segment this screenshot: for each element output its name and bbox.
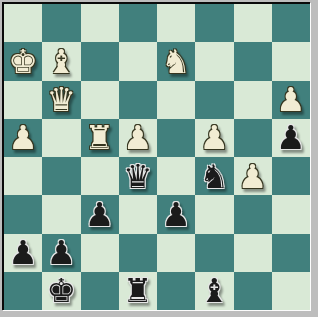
square-h8[interactable] xyxy=(272,4,310,42)
square-b3[interactable] xyxy=(42,195,80,233)
square-c5[interactable]: ♜ xyxy=(81,119,119,157)
square-h3[interactable] xyxy=(272,195,310,233)
square-h4[interactable] xyxy=(272,157,310,195)
square-g3[interactable] xyxy=(234,195,272,233)
square-c3[interactable]: ♟ xyxy=(81,195,119,233)
square-c7[interactable] xyxy=(81,42,119,80)
square-f4[interactable]: ♞ xyxy=(195,157,233,195)
square-e1[interactable] xyxy=(157,272,195,310)
white-bishop-b7[interactable]: ♝ xyxy=(47,45,77,78)
square-c8[interactable] xyxy=(81,4,119,42)
white-rook-c5[interactable]: ♜ xyxy=(85,121,115,154)
black-rook-d1[interactable]: ♜ xyxy=(123,274,153,307)
square-b2[interactable]: ♟ xyxy=(42,234,80,272)
square-a6[interactable] xyxy=(4,81,42,119)
square-b1[interactable]: ♚ xyxy=(42,272,80,310)
square-b5[interactable] xyxy=(42,119,80,157)
white-king-a7[interactable]: ♚ xyxy=(8,45,38,78)
square-f6[interactable] xyxy=(195,81,233,119)
white-pawn-h6[interactable]: ♟ xyxy=(276,83,306,116)
square-h1[interactable] xyxy=(272,272,310,310)
black-pawn-a2[interactable]: ♟ xyxy=(8,236,38,269)
square-h7[interactable] xyxy=(272,42,310,80)
square-a4[interactable] xyxy=(4,157,42,195)
square-g8[interactable] xyxy=(234,4,272,42)
square-h5[interactable]: ♟ xyxy=(272,119,310,157)
black-king-b1[interactable]: ♚ xyxy=(47,274,77,307)
square-a2[interactable]: ♟ xyxy=(4,234,42,272)
square-f3[interactable] xyxy=(195,195,233,233)
square-a1[interactable] xyxy=(4,272,42,310)
square-g5[interactable] xyxy=(234,119,272,157)
square-d7[interactable] xyxy=(119,42,157,80)
white-pawn-a5[interactable]: ♟ xyxy=(8,121,38,154)
square-a3[interactable] xyxy=(4,195,42,233)
chess-board: ♚♝♞♛♟♟♜♟♟♟♛♞♟♟♟♟♟♚♜♝ xyxy=(2,2,310,310)
square-a5[interactable]: ♟ xyxy=(4,119,42,157)
square-e3[interactable]: ♟ xyxy=(157,195,195,233)
black-pawn-h5[interactable]: ♟ xyxy=(276,121,306,154)
square-d6[interactable] xyxy=(119,81,157,119)
black-pawn-e3[interactable]: ♟ xyxy=(161,198,191,231)
square-a7[interactable]: ♚ xyxy=(4,42,42,80)
square-e5[interactable] xyxy=(157,119,195,157)
square-g2[interactable] xyxy=(234,234,272,272)
board-frame: ♚♝♞♛♟♟♜♟♟♟♛♞♟♟♟♟♟♚♜♝ xyxy=(0,0,318,317)
square-c1[interactable] xyxy=(81,272,119,310)
square-f7[interactable] xyxy=(195,42,233,80)
square-d5[interactable]: ♟ xyxy=(119,119,157,157)
white-knight-e7[interactable]: ♞ xyxy=(161,45,191,78)
white-queen-b6[interactable]: ♛ xyxy=(47,83,77,116)
square-e2[interactable] xyxy=(157,234,195,272)
white-pawn-f5[interactable]: ♟ xyxy=(200,121,230,154)
black-queen-d4[interactable]: ♛ xyxy=(123,160,153,193)
square-b6[interactable]: ♛ xyxy=(42,81,80,119)
square-c6[interactable] xyxy=(81,81,119,119)
square-d1[interactable]: ♜ xyxy=(119,272,157,310)
square-d3[interactable] xyxy=(119,195,157,233)
white-pawn-g4[interactable]: ♟ xyxy=(238,160,268,193)
square-e6[interactable] xyxy=(157,81,195,119)
white-pawn-d5[interactable]: ♟ xyxy=(123,121,153,154)
square-d4[interactable]: ♛ xyxy=(119,157,157,195)
square-e4[interactable] xyxy=(157,157,195,195)
square-h6[interactable]: ♟ xyxy=(272,81,310,119)
square-f2[interactable] xyxy=(195,234,233,272)
square-f1[interactable]: ♝ xyxy=(195,272,233,310)
square-b4[interactable] xyxy=(42,157,80,195)
square-d8[interactable] xyxy=(119,4,157,42)
square-g1[interactable] xyxy=(234,272,272,310)
square-g4[interactable]: ♟ xyxy=(234,157,272,195)
square-g7[interactable] xyxy=(234,42,272,80)
black-pawn-b2[interactable]: ♟ xyxy=(47,236,77,269)
square-c2[interactable] xyxy=(81,234,119,272)
square-c4[interactable] xyxy=(81,157,119,195)
square-h2[interactable] xyxy=(272,234,310,272)
square-d2[interactable] xyxy=(119,234,157,272)
square-e7[interactable]: ♞ xyxy=(157,42,195,80)
square-b7[interactable]: ♝ xyxy=(42,42,80,80)
black-bishop-f1[interactable]: ♝ xyxy=(200,274,230,307)
square-g6[interactable] xyxy=(234,81,272,119)
square-a8[interactable] xyxy=(4,4,42,42)
black-pawn-c3[interactable]: ♟ xyxy=(85,198,115,231)
square-e8[interactable] xyxy=(157,4,195,42)
square-f8[interactable] xyxy=(195,4,233,42)
square-f5[interactable]: ♟ xyxy=(195,119,233,157)
black-knight-f4[interactable]: ♞ xyxy=(200,160,230,193)
square-b8[interactable] xyxy=(42,4,80,42)
